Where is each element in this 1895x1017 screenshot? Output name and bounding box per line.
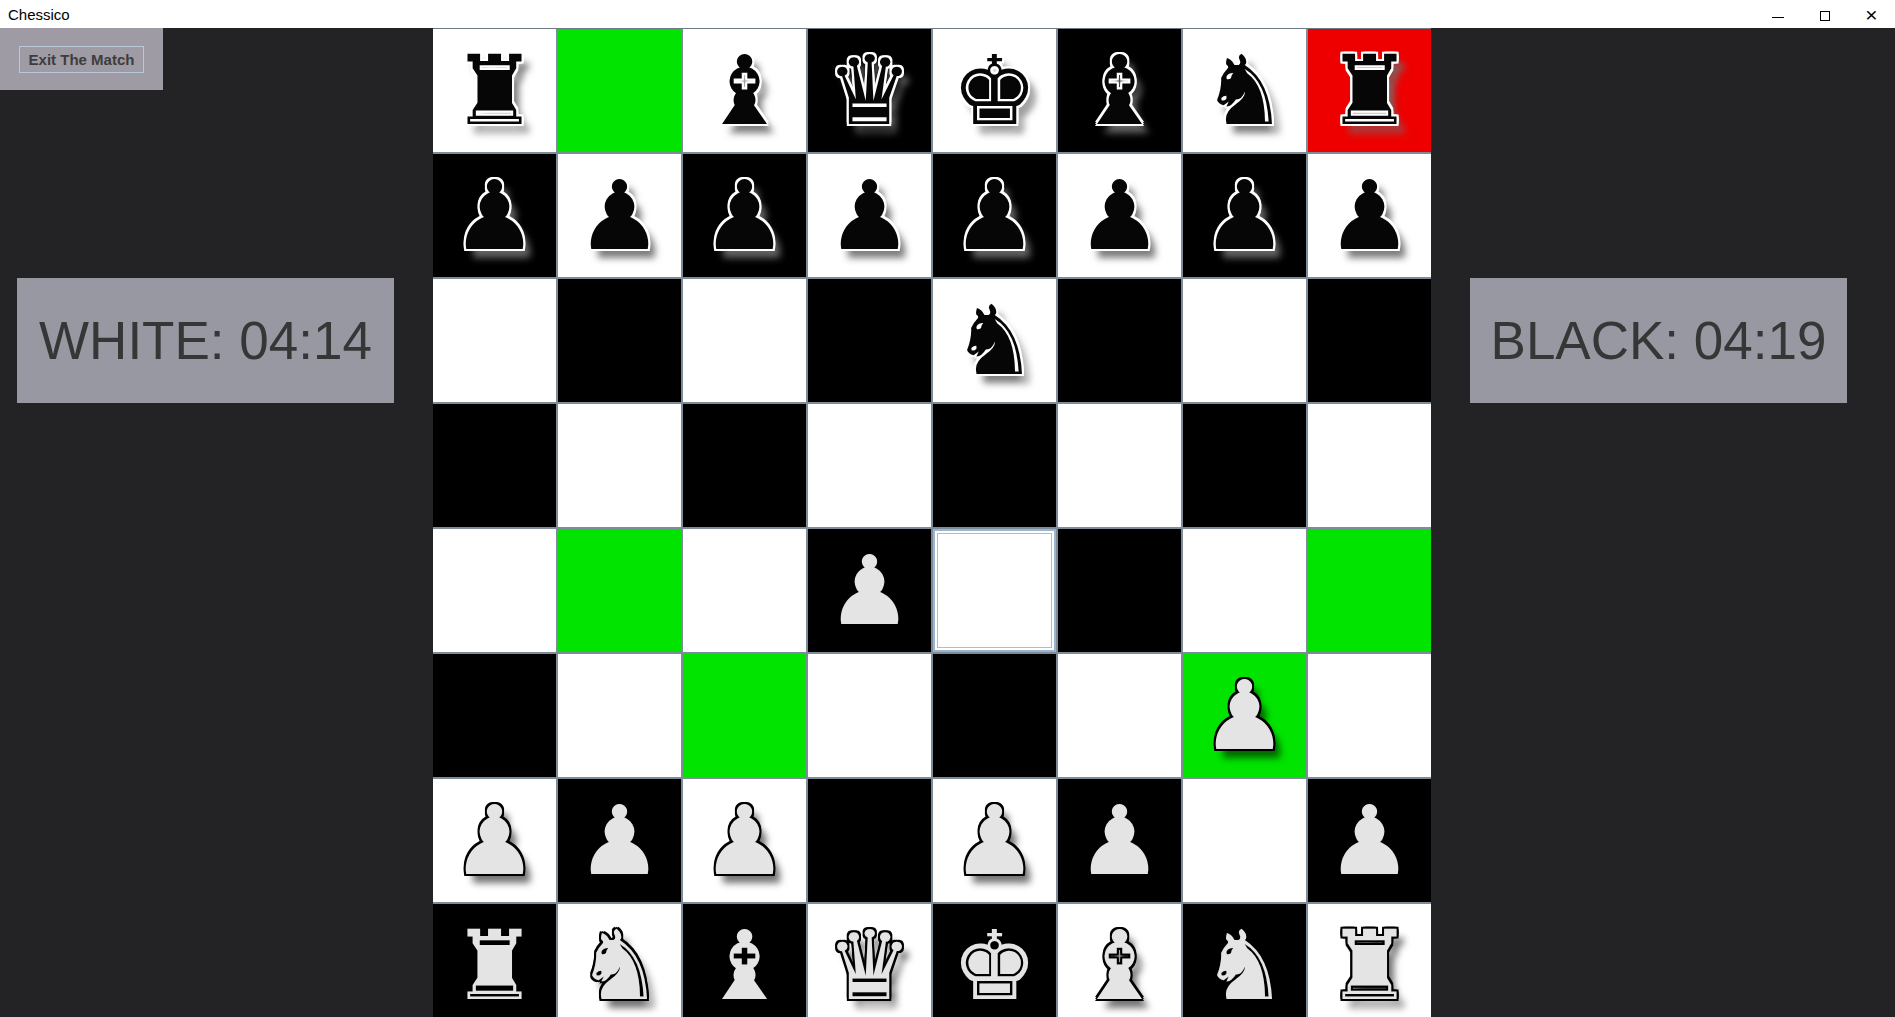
square-e3[interactable] [933, 654, 1056, 777]
square-d8[interactable]: ♛ [808, 29, 931, 152]
piece-white-knight: ♞ [1201, 918, 1287, 1014]
piece-white-rook: ♜ [1326, 918, 1412, 1014]
square-e8[interactable]: ♚ [933, 29, 1056, 152]
exit-match-button[interactable]: Exit The Match [19, 46, 145, 73]
square-d1[interactable]: ♛ [808, 904, 931, 1017]
piece-black-pawn: ♟ [951, 168, 1037, 264]
piece-white-pawn: ♟ [576, 793, 662, 889]
square-d6[interactable] [808, 279, 931, 402]
minimize-icon [1772, 17, 1784, 18]
black-clock: BLACK: 04:19 [1470, 278, 1847, 403]
square-d3[interactable] [808, 654, 931, 777]
piece-black-pawn: ♟ [451, 168, 537, 264]
piece-white-pawn: ♟ [1326, 793, 1412, 889]
piece-black-knight: ♞ [951, 293, 1037, 389]
square-c5[interactable] [683, 404, 806, 527]
piece-black-pawn: ♟ [1076, 168, 1162, 264]
square-b2[interactable]: ♟ [558, 779, 681, 902]
square-a4[interactable] [433, 529, 556, 652]
piece-white-knight: ♞ [576, 918, 662, 1014]
square-h3[interactable] [1308, 654, 1431, 777]
square-g7[interactable]: ♟ [1183, 154, 1306, 277]
square-a1[interactable]: ♜ [433, 904, 556, 1017]
exit-panel: Exit The Match [0, 28, 163, 90]
square-b1[interactable]: ♞ [558, 904, 681, 1017]
square-a7[interactable]: ♟ [433, 154, 556, 277]
square-a2[interactable]: ♟ [433, 779, 556, 902]
minimize-button[interactable] [1754, 0, 1801, 28]
square-h1[interactable]: ♜ [1308, 904, 1431, 1017]
close-icon: × [1865, 4, 1877, 25]
square-g3[interactable]: ♟ [1183, 654, 1306, 777]
titlebar: Chessico × [0, 0, 1895, 28]
square-f6[interactable] [1058, 279, 1181, 402]
square-c2[interactable]: ♟ [683, 779, 806, 902]
square-a3[interactable] [433, 654, 556, 777]
piece-white-bishop: ♝ [701, 918, 787, 1014]
piece-white-rook: ♜ [451, 918, 537, 1014]
square-c4[interactable] [683, 529, 806, 652]
square-b7[interactable]: ♟ [558, 154, 681, 277]
square-c1[interactable]: ♝ [683, 904, 806, 1017]
square-b5[interactable] [558, 404, 681, 527]
square-e7[interactable]: ♟ [933, 154, 1056, 277]
piece-black-king: ♚ [951, 43, 1037, 139]
square-e5[interactable] [933, 404, 1056, 527]
window-controls: × [1754, 0, 1895, 28]
square-e4[interactable] [933, 529, 1056, 652]
square-h6[interactable] [1308, 279, 1431, 402]
square-g4[interactable] [1183, 529, 1306, 652]
square-d5[interactable] [808, 404, 931, 527]
square-g8[interactable]: ♞ [1183, 29, 1306, 152]
piece-black-pawn: ♟ [701, 168, 787, 264]
piece-black-knight: ♞ [1201, 43, 1287, 139]
piece-white-pawn: ♟ [826, 543, 912, 639]
square-h8[interactable]: ♜ [1308, 29, 1431, 152]
square-d7[interactable]: ♟ [808, 154, 931, 277]
window-title: Chessico [0, 6, 70, 23]
piece-white-king: ♚ [951, 918, 1037, 1014]
square-g6[interactable] [1183, 279, 1306, 402]
square-c7[interactable]: ♟ [683, 154, 806, 277]
square-h4[interactable] [1308, 529, 1431, 652]
square-a5[interactable] [433, 404, 556, 527]
square-d2[interactable] [808, 779, 931, 902]
white-clock: WHITE: 04:14 [17, 278, 394, 403]
square-a6[interactable] [433, 279, 556, 402]
square-f8[interactable]: ♝ [1058, 29, 1181, 152]
square-h5[interactable] [1308, 404, 1431, 527]
square-b3[interactable] [558, 654, 681, 777]
square-a8[interactable]: ♜ [433, 29, 556, 152]
square-f5[interactable] [1058, 404, 1181, 527]
piece-white-queen: ♛ [826, 918, 912, 1014]
square-g5[interactable] [1183, 404, 1306, 527]
piece-white-pawn: ♟ [1076, 793, 1162, 889]
square-f2[interactable]: ♟ [1058, 779, 1181, 902]
piece-black-pawn: ♟ [576, 168, 662, 264]
piece-white-pawn: ♟ [1201, 668, 1287, 764]
square-f3[interactable] [1058, 654, 1181, 777]
square-e6[interactable]: ♞ [933, 279, 1056, 402]
piece-black-pawn: ♟ [1201, 168, 1287, 264]
square-e1[interactable]: ♚ [933, 904, 1056, 1017]
square-b6[interactable] [558, 279, 681, 402]
square-g1[interactable]: ♞ [1183, 904, 1306, 1017]
piece-white-pawn: ♟ [951, 793, 1037, 889]
square-h7[interactable]: ♟ [1308, 154, 1431, 277]
piece-black-rook: ♜ [1326, 43, 1412, 139]
piece-white-bishop: ♝ [1076, 918, 1162, 1014]
square-f7[interactable]: ♟ [1058, 154, 1181, 277]
square-h2[interactable]: ♟ [1308, 779, 1431, 902]
square-e2[interactable]: ♟ [933, 779, 1056, 902]
square-c3[interactable] [683, 654, 806, 777]
square-d4[interactable]: ♟ [808, 529, 931, 652]
piece-black-bishop: ♝ [701, 43, 787, 139]
piece-white-pawn: ♟ [451, 793, 537, 889]
chess-board: ♜♝♛♚♝♞♜♟♟♟♟♟♟♟♟♞♟♟♟♟♟♟♟♟♜♞♝♛♚♝♞♜ [433, 28, 1431, 1017]
piece-black-queen: ♛ [826, 43, 912, 139]
restore-button[interactable] [1801, 0, 1848, 28]
piece-black-rook: ♜ [451, 43, 537, 139]
piece-black-pawn: ♟ [826, 168, 912, 264]
square-c6[interactable] [683, 279, 806, 402]
square-b4[interactable] [558, 529, 681, 652]
restore-icon [1820, 11, 1830, 21]
piece-black-bishop: ♝ [1076, 43, 1162, 139]
square-f4[interactable] [1058, 529, 1181, 652]
piece-white-pawn: ♟ [701, 793, 787, 889]
square-f1[interactable]: ♝ [1058, 904, 1181, 1017]
piece-black-pawn: ♟ [1326, 168, 1412, 264]
square-c8[interactable]: ♝ [683, 29, 806, 152]
close-button[interactable]: × [1848, 0, 1895, 28]
square-g2[interactable] [1183, 779, 1306, 902]
square-b8[interactable] [558, 29, 681, 152]
